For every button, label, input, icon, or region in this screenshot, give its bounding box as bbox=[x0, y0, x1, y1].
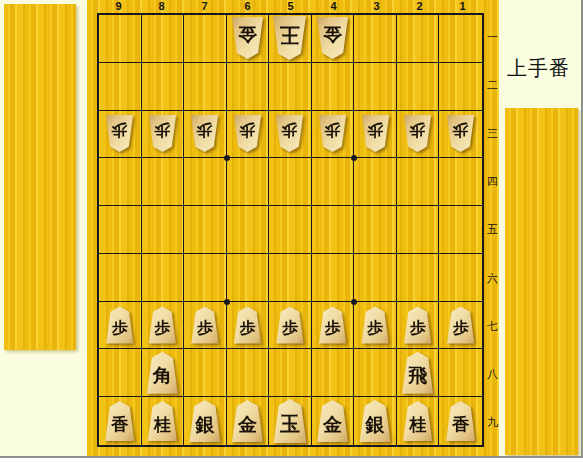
piece-tile: 歩 bbox=[275, 307, 304, 344]
piece-tile: 歩 bbox=[446, 115, 475, 152]
piece-kanji: 歩 bbox=[367, 320, 383, 336]
shitate-piece-stand bbox=[505, 108, 578, 455]
piece-lance-shitate[interactable]: 香 bbox=[104, 401, 135, 441]
piece-kanji: 歩 bbox=[154, 320, 170, 336]
piece-pawn-uwate[interactable]: 歩 bbox=[446, 115, 475, 152]
cell-9-7[interactable]: 歩 bbox=[99, 302, 142, 350]
cell-5-9[interactable]: 玉 bbox=[269, 397, 312, 445]
piece-lance-shitate[interactable]: 香 bbox=[445, 401, 476, 441]
cell-3-4[interactable] bbox=[354, 158, 397, 206]
cell-8-9[interactable]: 桂 bbox=[142, 397, 185, 445]
piece-kanji: 金 bbox=[238, 26, 257, 45]
piece-bishop-shitate[interactable]: 角 bbox=[146, 352, 179, 394]
piece-kanji: 歩 bbox=[453, 320, 469, 336]
cell-5-2[interactable] bbox=[269, 63, 312, 111]
file-label-7: 7 bbox=[183, 0, 226, 13]
piece-kanji: 歩 bbox=[282, 320, 298, 336]
cell-5-4[interactable] bbox=[269, 158, 312, 206]
piece-kanji: 歩 bbox=[453, 123, 469, 139]
piece-tile: 歩 bbox=[275, 115, 304, 152]
cell-6-9[interactable]: 金 bbox=[227, 397, 270, 445]
piece-pawn-uwate[interactable]: 歩 bbox=[318, 115, 347, 152]
turn-indicator: 上手番 bbox=[507, 55, 579, 82]
rank-label-9: 九 bbox=[486, 399, 499, 447]
piece-kanji: 歩 bbox=[154, 123, 170, 139]
piece-pawn-shitate[interactable]: 歩 bbox=[148, 307, 177, 344]
piece-pawn-shitate[interactable]: 歩 bbox=[233, 307, 262, 344]
cell-7-2[interactable] bbox=[184, 63, 227, 111]
cell-8-7[interactable]: 歩 bbox=[142, 302, 185, 350]
cell-1-4[interactable] bbox=[439, 158, 482, 206]
cell-5-3[interactable]: 歩 bbox=[269, 111, 312, 159]
piece-tile: 金 bbox=[231, 400, 264, 442]
uwate-piece-stand bbox=[4, 4, 76, 350]
piece-pawn-shitate[interactable]: 歩 bbox=[105, 307, 134, 344]
rank-label-1: 一 bbox=[486, 13, 499, 61]
cell-1-1[interactable] bbox=[439, 15, 482, 63]
file-label-5: 5 bbox=[269, 0, 312, 13]
cell-6-3[interactable]: 歩 bbox=[227, 111, 270, 159]
file-label-9: 9 bbox=[97, 0, 140, 13]
piece-kanji: 歩 bbox=[325, 320, 341, 336]
piece-tile: 歩 bbox=[233, 115, 262, 152]
cell-1-9[interactable]: 香 bbox=[439, 397, 482, 445]
cell-5-1[interactable]: 王 bbox=[269, 15, 312, 63]
cell-7-7[interactable]: 歩 bbox=[184, 302, 227, 350]
cell-6-6[interactable] bbox=[227, 254, 270, 302]
piece-tile: 歩 bbox=[446, 307, 475, 344]
file-label-4: 4 bbox=[312, 0, 355, 13]
piece-kanji: 角 bbox=[153, 366, 172, 385]
piece-pawn-uwate[interactable]: 歩 bbox=[233, 115, 262, 152]
piece-pawn-uwate[interactable]: 歩 bbox=[403, 115, 432, 152]
cell-8-4[interactable] bbox=[142, 158, 185, 206]
cell-7-5[interactable] bbox=[184, 206, 227, 254]
cell-4-3[interactable]: 歩 bbox=[312, 111, 355, 159]
piece-tile: 歩 bbox=[105, 307, 134, 344]
cell-3-8[interactable] bbox=[354, 349, 397, 397]
cell-5-5[interactable] bbox=[269, 206, 312, 254]
piece-tile: 歩 bbox=[318, 307, 347, 344]
cell-3-2[interactable] bbox=[354, 63, 397, 111]
piece-tile: 角 bbox=[146, 352, 179, 394]
cell-5-6[interactable] bbox=[269, 254, 312, 302]
piece-gold-shitate[interactable]: 金 bbox=[231, 400, 264, 442]
piece-pawn-shitate[interactable]: 歩 bbox=[361, 307, 390, 344]
piece-kanji: 歩 bbox=[325, 123, 341, 139]
rank-labels: 一二三四五六七八九 bbox=[486, 13, 499, 447]
cell-6-8[interactable] bbox=[227, 349, 270, 397]
piece-kanji: 玉 bbox=[280, 414, 300, 434]
cell-6-7[interactable]: 歩 bbox=[227, 302, 270, 350]
rank-label-5: 五 bbox=[486, 206, 499, 254]
piece-tile: 香 bbox=[104, 401, 135, 441]
piece-kanji: 歩 bbox=[239, 320, 255, 336]
cell-9-8[interactable] bbox=[99, 349, 142, 397]
cell-8-8[interactable]: 角 bbox=[142, 349, 185, 397]
piece-tile: 金 bbox=[316, 17, 349, 59]
cell-9-1[interactable] bbox=[99, 15, 142, 63]
piece-pawn-shitate[interactable]: 歩 bbox=[190, 307, 219, 344]
cell-9-9[interactable]: 香 bbox=[99, 397, 142, 445]
cell-5-7[interactable]: 歩 bbox=[269, 302, 312, 350]
piece-kanji: 桂 bbox=[409, 416, 426, 433]
cell-2-9[interactable]: 桂 bbox=[397, 397, 440, 445]
piece-kanji: 歩 bbox=[410, 123, 426, 139]
piece-pawn-uwate[interactable]: 歩 bbox=[148, 115, 177, 152]
cell-8-1[interactable] bbox=[142, 15, 185, 63]
cell-7-3[interactable]: 歩 bbox=[184, 111, 227, 159]
piece-pawn-shitate[interactable]: 歩 bbox=[275, 307, 304, 344]
piece-kanji: 王 bbox=[280, 25, 300, 45]
piece-tile: 飛 bbox=[401, 352, 434, 394]
cell-2-4[interactable] bbox=[397, 158, 440, 206]
cell-3-1[interactable] bbox=[354, 15, 397, 63]
piece-knight-shitate[interactable]: 桂 bbox=[147, 401, 178, 441]
piece-kanji: 飛 bbox=[408, 366, 427, 385]
piece-kanji: 香 bbox=[111, 416, 128, 433]
piece-pawn-uwate[interactable]: 歩 bbox=[275, 115, 304, 152]
piece-gold-shitate[interactable]: 金 bbox=[316, 400, 349, 442]
piece-tile: 歩 bbox=[105, 115, 134, 152]
cell-5-8[interactable] bbox=[269, 349, 312, 397]
piece-gold-uwate[interactable]: 金 bbox=[316, 17, 349, 59]
cell-3-9[interactable]: 銀 bbox=[354, 397, 397, 445]
cell-4-2[interactable] bbox=[312, 63, 355, 111]
file-label-3: 3 bbox=[355, 0, 398, 13]
piece-silver-shitate[interactable]: 銀 bbox=[188, 400, 221, 442]
piece-tile: 銀 bbox=[188, 400, 221, 442]
cell-2-1[interactable] bbox=[397, 15, 440, 63]
cell-6-5[interactable] bbox=[227, 206, 270, 254]
piece-tile: 歩 bbox=[318, 115, 347, 152]
piece-king-uwate[interactable]: 王 bbox=[272, 16, 307, 60]
shogi-board: 987654321 金王金歩歩歩歩歩歩歩歩歩歩歩歩歩歩歩歩歩歩角飛香桂銀金玉金銀… bbox=[87, 0, 499, 456]
cell-2-2[interactable] bbox=[397, 63, 440, 111]
piece-kanji: 歩 bbox=[239, 123, 255, 139]
piece-tile: 歩 bbox=[190, 307, 219, 344]
piece-tile: 歩 bbox=[148, 115, 177, 152]
piece-kanji: 銀 bbox=[195, 415, 214, 434]
piece-king-shitate[interactable]: 玉 bbox=[272, 399, 307, 443]
piece-tile: 桂 bbox=[147, 401, 178, 441]
piece-pawn-uwate[interactable]: 歩 bbox=[190, 115, 219, 152]
cell-1-3[interactable]: 歩 bbox=[439, 111, 482, 159]
piece-pawn-shitate[interactable]: 歩 bbox=[446, 307, 475, 344]
cell-6-1[interactable]: 金 bbox=[227, 15, 270, 63]
cell-6-2[interactable] bbox=[227, 63, 270, 111]
rank-label-3: 三 bbox=[486, 109, 499, 157]
cell-3-7[interactable]: 歩 bbox=[354, 302, 397, 350]
cell-7-9[interactable]: 銀 bbox=[184, 397, 227, 445]
piece-tile: 歩 bbox=[190, 115, 219, 152]
cell-4-9[interactable]: 金 bbox=[312, 397, 355, 445]
cell-9-3[interactable]: 歩 bbox=[99, 111, 142, 159]
star-point bbox=[351, 155, 357, 161]
piece-pawn-shitate[interactable]: 歩 bbox=[403, 307, 432, 344]
star-point bbox=[224, 155, 230, 161]
file-label-6: 6 bbox=[226, 0, 269, 13]
piece-tile: 歩 bbox=[361, 115, 390, 152]
cell-3-6[interactable] bbox=[354, 254, 397, 302]
piece-kanji: 桂 bbox=[154, 416, 171, 433]
piece-tile: 桂 bbox=[402, 401, 433, 441]
cell-3-3[interactable]: 歩 bbox=[354, 111, 397, 159]
piece-kanji: 金 bbox=[323, 26, 342, 45]
rank-label-6: 六 bbox=[486, 254, 499, 302]
piece-kanji: 香 bbox=[452, 416, 469, 433]
piece-tile: 銀 bbox=[359, 400, 392, 442]
piece-kanji: 金 bbox=[238, 415, 257, 434]
cell-4-8[interactable] bbox=[312, 349, 355, 397]
cell-6-4[interactable] bbox=[227, 158, 270, 206]
piece-kanji: 金 bbox=[323, 415, 342, 434]
piece-tile: 歩 bbox=[403, 307, 432, 344]
cell-9-4[interactable] bbox=[99, 158, 142, 206]
cell-4-7[interactable]: 歩 bbox=[312, 302, 355, 350]
piece-tile: 歩 bbox=[233, 307, 262, 344]
cell-4-6[interactable] bbox=[312, 254, 355, 302]
cell-4-4[interactable] bbox=[312, 158, 355, 206]
cell-7-4[interactable] bbox=[184, 158, 227, 206]
rank-label-4: 四 bbox=[486, 158, 499, 206]
piece-kanji: 歩 bbox=[112, 123, 128, 139]
piece-kanji: 歩 bbox=[367, 123, 383, 139]
file-label-1: 1 bbox=[441, 0, 484, 13]
cell-2-7[interactable]: 歩 bbox=[397, 302, 440, 350]
shogi-app-window: 987654321 金王金歩歩歩歩歩歩歩歩歩歩歩歩歩歩歩歩歩歩角飛香桂銀金玉金銀… bbox=[0, 0, 583, 462]
cell-2-8[interactable]: 飛 bbox=[397, 349, 440, 397]
window-bottom-strip bbox=[0, 458, 583, 462]
cell-2-6[interactable] bbox=[397, 254, 440, 302]
piece-pawn-uwate[interactable]: 歩 bbox=[105, 115, 134, 152]
cell-7-1[interactable] bbox=[184, 15, 227, 63]
rank-label-2: 二 bbox=[486, 61, 499, 109]
piece-tile: 歩 bbox=[403, 115, 432, 152]
piece-kanji: 歩 bbox=[282, 123, 298, 139]
piece-kanji: 歩 bbox=[197, 320, 213, 336]
piece-kanji: 歩 bbox=[112, 320, 128, 336]
cell-1-2[interactable] bbox=[439, 63, 482, 111]
cell-1-5[interactable] bbox=[439, 206, 482, 254]
cell-8-3[interactable]: 歩 bbox=[142, 111, 185, 159]
piece-gold-uwate[interactable]: 金 bbox=[231, 17, 264, 59]
piece-tile: 玉 bbox=[272, 399, 307, 443]
file-label-8: 8 bbox=[140, 0, 183, 13]
cell-8-6[interactable] bbox=[142, 254, 185, 302]
cell-1-6[interactable] bbox=[439, 254, 482, 302]
cell-2-3[interactable]: 歩 bbox=[397, 111, 440, 159]
board-grid-frame: 金王金歩歩歩歩歩歩歩歩歩歩歩歩歩歩歩歩歩歩角飛香桂銀金玉金銀桂香 bbox=[97, 13, 484, 447]
piece-tile: 金 bbox=[231, 17, 264, 59]
cell-8-5[interactable] bbox=[142, 206, 185, 254]
file-label-2: 2 bbox=[398, 0, 441, 13]
cell-1-7[interactable]: 歩 bbox=[439, 302, 482, 350]
piece-rook-shitate[interactable]: 飛 bbox=[401, 352, 434, 394]
piece-tile: 歩 bbox=[361, 307, 390, 344]
piece-knight-shitate[interactable]: 桂 bbox=[402, 401, 433, 441]
cell-4-1[interactable]: 金 bbox=[312, 15, 355, 63]
piece-kanji: 歩 bbox=[197, 123, 213, 139]
rank-label-8: 八 bbox=[486, 351, 499, 399]
cell-9-5[interactable] bbox=[99, 206, 142, 254]
cell-9-2[interactable] bbox=[99, 63, 142, 111]
rank-label-7: 七 bbox=[486, 302, 499, 350]
cell-7-6[interactable] bbox=[184, 254, 227, 302]
cell-2-5[interactable] bbox=[397, 206, 440, 254]
cell-4-5[interactable] bbox=[312, 206, 355, 254]
piece-silver-shitate[interactable]: 銀 bbox=[359, 400, 392, 442]
piece-pawn-shitate[interactable]: 歩 bbox=[318, 307, 347, 344]
piece-kanji: 歩 bbox=[410, 320, 426, 336]
cell-8-2[interactable] bbox=[142, 63, 185, 111]
piece-tile: 金 bbox=[316, 400, 349, 442]
cell-9-6[interactable] bbox=[99, 254, 142, 302]
file-labels: 987654321 bbox=[97, 0, 484, 13]
board-grid: 金王金歩歩歩歩歩歩歩歩歩歩歩歩歩歩歩歩歩歩角飛香桂銀金玉金銀桂香 bbox=[99, 15, 482, 445]
cell-7-8[interactable] bbox=[184, 349, 227, 397]
piece-kanji: 銀 bbox=[366, 415, 385, 434]
piece-pawn-uwate[interactable]: 歩 bbox=[361, 115, 390, 152]
piece-tile: 歩 bbox=[148, 307, 177, 344]
star-point bbox=[351, 299, 357, 305]
cell-1-8[interactable] bbox=[439, 349, 482, 397]
star-point bbox=[224, 299, 230, 305]
cell-3-5[interactable] bbox=[354, 206, 397, 254]
piece-tile: 香 bbox=[445, 401, 476, 441]
piece-tile: 王 bbox=[272, 16, 307, 60]
